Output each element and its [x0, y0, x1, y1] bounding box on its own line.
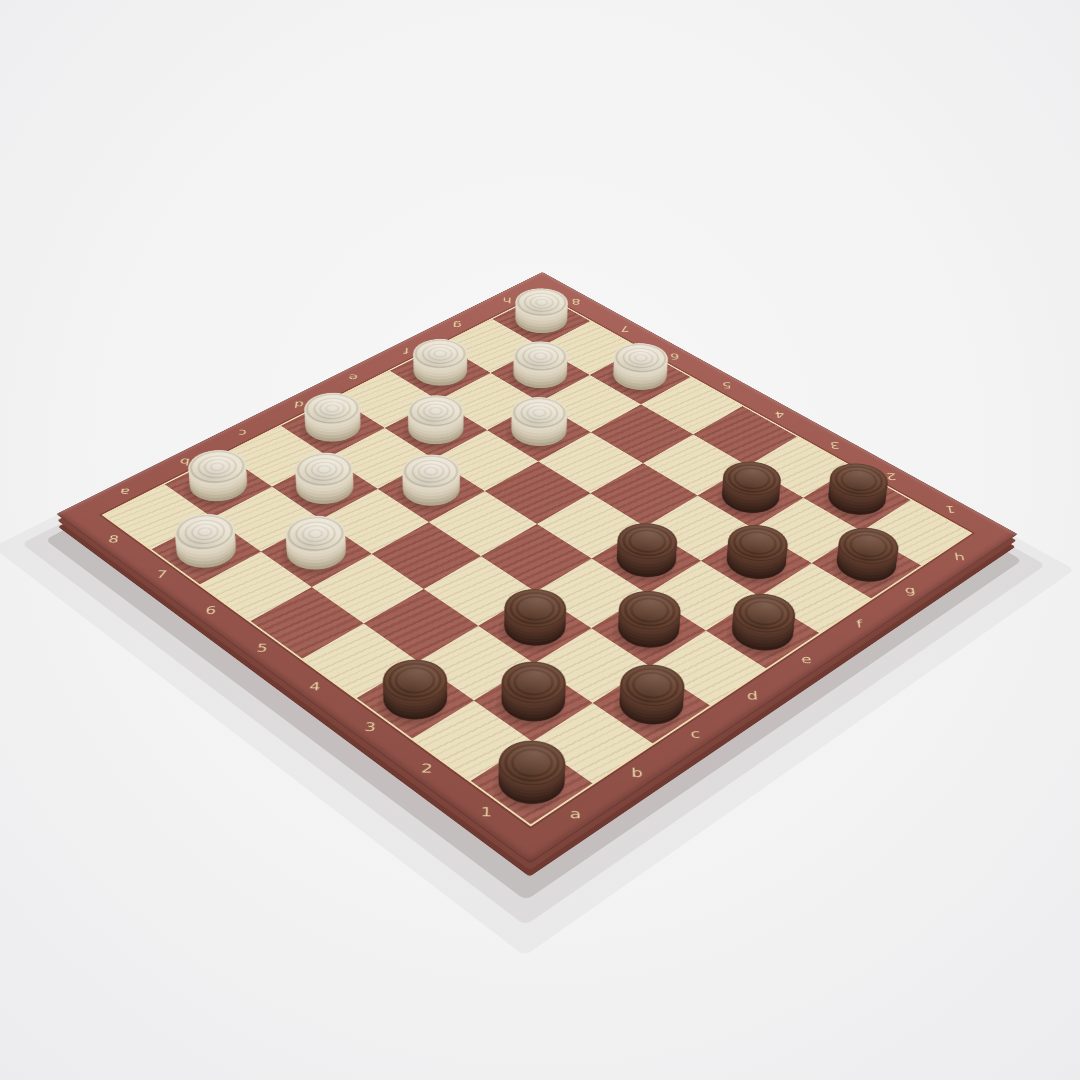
coord-top-6: 6 [661, 349, 689, 365]
coord-bottom-6: 6 [193, 600, 228, 620]
coord-left-f: f [392, 343, 421, 359]
piece-light-b6[interactable] [275, 527, 358, 578]
piece-dark-g1[interactable] [825, 539, 908, 590]
coord-top-7: 7 [611, 321, 638, 336]
coord-bottom-7: 7 [144, 564, 179, 584]
coord-right-h: h [942, 547, 976, 566]
coord-top-2: 2 [876, 468, 908, 486]
coord-bottom-2: 2 [409, 756, 444, 780]
coord-right-f: f [842, 613, 876, 634]
checkers-board: 88hh77gg66ff55ee44dd33cc22bb11aa [56, 272, 1017, 864]
coord-right-d: d [735, 684, 769, 706]
coord-bottom-3: 3 [352, 715, 387, 738]
scene-background: 88hh77gg66ff55ee44dd33cc22bb11aa [0, 0, 1080, 1080]
piece-dark-e3[interactable] [605, 534, 688, 585]
piece-light-a7[interactable] [165, 525, 248, 576]
coord-top-8: 8 [563, 295, 590, 310]
coord-bottom-1: 1 [468, 799, 503, 823]
coord-right-e: e [789, 648, 823, 669]
coord-right-a: a [558, 801, 593, 825]
coord-right-c: c [678, 722, 712, 745]
coord-left-e: e [338, 370, 368, 386]
coord-left-d: d [283, 397, 314, 414]
coord-left-a: a [108, 483, 142, 501]
coord-left-b: b [168, 453, 201, 471]
coord-right-g: g [893, 580, 927, 600]
coord-top-4: 4 [765, 407, 795, 424]
coord-right-b: b [620, 761, 654, 785]
coord-left-c: c [227, 425, 259, 442]
coord-bottom-4: 4 [297, 675, 332, 697]
coord-left-h: h [493, 293, 520, 308]
coord-top-5: 5 [712, 377, 741, 393]
board-scene: 88hh77gg66ff55ee44dd33cc22bb11aa [0, 0, 1080, 1080]
piece-dark-f2[interactable] [715, 536, 798, 587]
piece-dark-c3[interactable] [492, 600, 578, 655]
coord-top-1: 1 [934, 500, 967, 518]
coord-bottom-5: 5 [244, 637, 279, 658]
piece-dark-b2[interactable] [489, 673, 578, 732]
coord-top-3: 3 [819, 437, 850, 454]
coord-bottom-8: 8 [96, 529, 131, 548]
coord-left-g: g [443, 318, 471, 333]
